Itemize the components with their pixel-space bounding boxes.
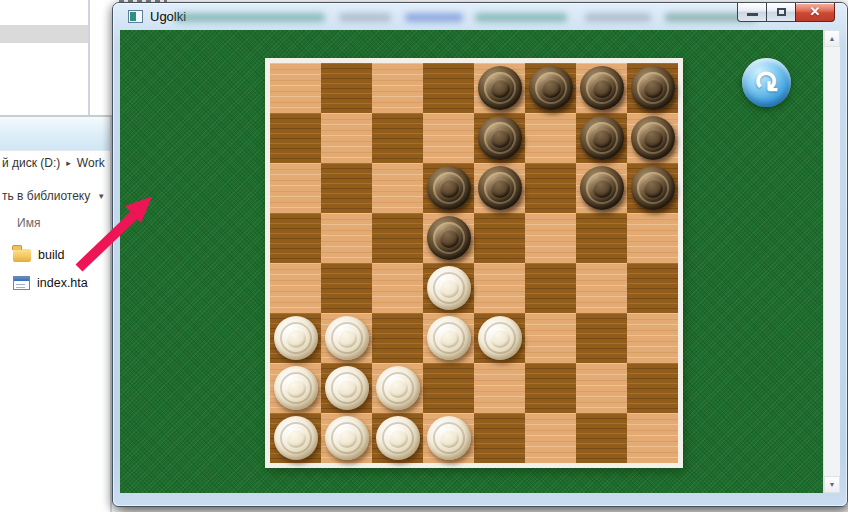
dark-piece[interactable]: [631, 66, 675, 110]
redacted-title-text: [405, 13, 463, 22]
square-r3c3[interactable]: [372, 163, 423, 213]
breadcrumb-separator-icon: ▸: [66, 158, 71, 168]
square-r7c5[interactable]: [474, 363, 525, 413]
redacted-title-text: [175, 13, 325, 22]
file-name: build: [38, 248, 64, 262]
white-piece[interactable]: [478, 316, 522, 360]
square-r5c8[interactable]: [627, 263, 678, 313]
window-content: ↺ ▲ ▼: [120, 30, 840, 493]
window-controls: ✕: [738, 3, 835, 23]
dark-piece[interactable]: [631, 116, 675, 160]
square-r7c7[interactable]: [576, 363, 627, 413]
square-r1c1[interactable]: [270, 63, 321, 113]
square-r5c4[interactable]: [423, 263, 474, 313]
square-r4c8[interactable]: [627, 213, 678, 263]
square-r2c5[interactable]: [474, 113, 525, 163]
square-r5c3[interactable]: [372, 263, 423, 313]
minimize-icon: [747, 13, 758, 16]
square-r2c2[interactable]: [321, 113, 372, 163]
dark-piece[interactable]: [478, 166, 522, 210]
scroll-up-button[interactable]: ▲: [824, 30, 840, 47]
column-header-name[interactable]: Имя: [17, 216, 40, 230]
square-r6c7[interactable]: [576, 313, 627, 363]
close-button[interactable]: ✕: [795, 3, 835, 22]
square-r4c4[interactable]: [423, 213, 474, 263]
board: [270, 63, 678, 463]
square-r1c8[interactable]: [627, 63, 678, 113]
maximize-icon: [777, 8, 786, 16]
dark-piece[interactable]: [580, 166, 624, 210]
square-r6c4[interactable]: [423, 313, 474, 363]
dark-piece[interactable]: [478, 116, 522, 160]
square-r6c3[interactable]: [372, 313, 423, 363]
square-r5c6[interactable]: [525, 263, 576, 313]
square-r1c2[interactable]: [321, 63, 372, 113]
square-r4c3[interactable]: [372, 213, 423, 263]
square-r7c1[interactable]: [270, 363, 321, 413]
white-piece[interactable]: [274, 316, 318, 360]
square-r8c8[interactable]: [627, 413, 678, 463]
white-piece[interactable]: [325, 366, 369, 410]
square-r2c8[interactable]: [627, 113, 678, 163]
square-r3c7[interactable]: [576, 163, 627, 213]
square-r3c2[interactable]: [321, 163, 372, 213]
file-row[interactable]: build: [13, 241, 112, 269]
square-r7c8[interactable]: [627, 363, 678, 413]
reset-button[interactable]: ↺: [742, 58, 791, 107]
square-r3c4[interactable]: [423, 163, 474, 213]
dark-piece[interactable]: [580, 116, 624, 160]
redacted-title-text: [339, 13, 391, 22]
square-r4c7[interactable]: [576, 213, 627, 263]
square-r8c4[interactable]: [423, 413, 474, 463]
square-r6c2[interactable]: [321, 313, 372, 363]
title-bar[interactable]: Ugolki ✕: [113, 3, 847, 30]
explorer-window: й диск (D:)▸Work▸ ть в библиотеку ▼ Имя …: [0, 117, 112, 512]
square-r8c5[interactable]: [474, 413, 525, 463]
file-name: index.hta: [37, 276, 88, 290]
square-r3c8[interactable]: [627, 163, 678, 213]
square-r2c1[interactable]: [270, 113, 321, 163]
chevron-down-icon[interactable]: ▼: [97, 192, 105, 201]
white-piece[interactable]: [427, 316, 471, 360]
white-piece[interactable]: [376, 366, 420, 410]
dark-piece[interactable]: [427, 216, 471, 260]
square-r7c2[interactable]: [321, 363, 372, 413]
white-piece[interactable]: [427, 416, 471, 460]
green-felt: ↺: [120, 30, 823, 493]
file-list: buildindex.hta: [13, 241, 112, 297]
square-r3c5[interactable]: [474, 163, 525, 213]
square-r4c5[interactable]: [474, 213, 525, 263]
dark-piece[interactable]: [478, 66, 522, 110]
square-r6c5[interactable]: [474, 313, 525, 363]
square-r3c1[interactable]: [270, 163, 321, 213]
square-r5c5[interactable]: [474, 263, 525, 313]
explorer-addressbar-glass: [0, 117, 112, 151]
dark-piece[interactable]: [427, 166, 471, 210]
scroll-down-button[interactable]: ▼: [824, 476, 840, 493]
square-r2c4[interactable]: [423, 113, 474, 163]
square-r6c1[interactable]: [270, 313, 321, 363]
white-piece[interactable]: [325, 316, 369, 360]
white-piece[interactable]: [325, 416, 369, 460]
square-r4c2[interactable]: [321, 213, 372, 263]
square-r2c3[interactable]: [372, 113, 423, 163]
redacted-title-text: [475, 13, 567, 22]
file-row[interactable]: index.hta: [13, 269, 112, 297]
square-r1c5[interactable]: [474, 63, 525, 113]
square-r6c6[interactable]: [525, 313, 576, 363]
close-icon: ✕: [796, 4, 834, 19]
square-r4c1[interactable]: [270, 213, 321, 263]
background-panel-divider: [88, 0, 90, 115]
maximize-button[interactable]: [766, 3, 796, 22]
app-icon: [128, 10, 143, 23]
breadcrumb[interactable]: й диск (D:)▸Work▸: [2, 151, 110, 175]
square-r7c4[interactable]: [423, 363, 474, 413]
square-r8c7[interactable]: [576, 413, 627, 463]
dark-piece[interactable]: [631, 166, 675, 210]
square-r1c6[interactable]: [525, 63, 576, 113]
square-r8c3[interactable]: [372, 413, 423, 463]
minimize-button[interactable]: [737, 3, 767, 22]
square-r1c3[interactable]: [372, 63, 423, 113]
square-r3c6[interactable]: [525, 163, 576, 213]
square-r5c1[interactable]: [270, 263, 321, 313]
square-r5c2[interactable]: [321, 263, 372, 313]
folder-icon: [13, 249, 31, 262]
square-r2c6[interactable]: [525, 113, 576, 163]
square-r5c7[interactable]: [576, 263, 627, 313]
screen: { "game": "Ugolki (Corners) — played on …: [0, 0, 848, 512]
white-piece[interactable]: [427, 266, 471, 310]
square-r7c3[interactable]: [372, 363, 423, 413]
white-piece[interactable]: [274, 366, 318, 410]
ugolki-window: Ugolki ✕ ↺ ▲ ▼: [112, 2, 848, 507]
hta-file-icon: [13, 276, 30, 290]
breadcrumb-segment[interactable]: Work: [77, 156, 105, 170]
square-r8c6[interactable]: [525, 413, 576, 463]
square-r4c6[interactable]: [525, 213, 576, 263]
undo-circular-arrow-icon: ↺: [754, 63, 780, 99]
white-piece[interactable]: [376, 416, 420, 460]
board-frame: [265, 58, 683, 468]
add-to-library-button[interactable]: ть в библиотеку: [2, 189, 90, 203]
background-menu-band: [0, 25, 88, 43]
white-piece[interactable]: [274, 416, 318, 460]
dark-piece[interactable]: [529, 66, 573, 110]
square-r7c6[interactable]: [525, 363, 576, 413]
breadcrumb-segment[interactable]: й диск (D:): [2, 156, 60, 170]
square-r1c7[interactable]: [576, 63, 627, 113]
explorer-toolbar: ть в библиотеку ▼: [2, 185, 110, 207]
redacted-title-text: [585, 13, 651, 22]
vertical-scrollbar[interactable]: ▲ ▼: [823, 30, 840, 493]
square-r8c1[interactable]: [270, 413, 321, 463]
square-r2c7[interactable]: [576, 113, 627, 163]
square-r1c4[interactable]: [423, 63, 474, 113]
square-r6c8[interactable]: [627, 313, 678, 363]
square-r8c2[interactable]: [321, 413, 372, 463]
dark-piece[interactable]: [580, 66, 624, 110]
